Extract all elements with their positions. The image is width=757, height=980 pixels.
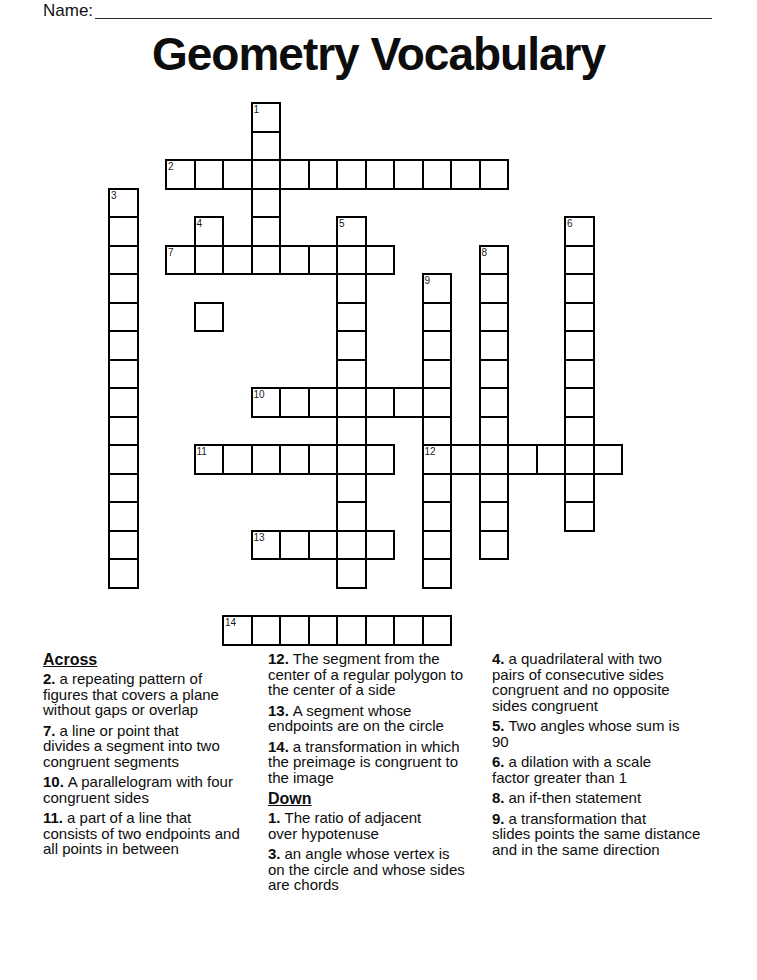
cell-r7-c0[interactable]: [108, 302, 139, 333]
cell-r9-c0[interactable]: [108, 359, 139, 390]
cell-r15-c9[interactable]: [365, 530, 396, 561]
cell-r12-c15[interactable]: [536, 444, 567, 475]
cell-r5-c5[interactable]: [251, 245, 282, 276]
cell-r12-c12[interactable]: [450, 444, 481, 475]
cell-r2-c2[interactable]: 2: [165, 159, 196, 190]
cell-r5-c13[interactable]: 8: [479, 245, 510, 276]
cell-r2-c8[interactable]: [336, 159, 367, 190]
cell-r12-c6[interactable]: [279, 444, 310, 475]
cell-r10-c8[interactable]: [336, 387, 367, 418]
cell-r12-c4[interactable]: [222, 444, 253, 475]
cell-r5-c16[interactable]: [564, 245, 595, 276]
cell-r4-c16[interactable]: 6: [564, 216, 595, 247]
clue-column-left: Across 2.a repeating pattern of figures …: [43, 651, 263, 862]
cell-r18-c11[interactable]: [422, 615, 453, 646]
clue-across-10: 10.A parallelogram with four congruent s…: [43, 774, 263, 805]
cell-r14-c8[interactable]: [336, 501, 367, 532]
cell-r9-c13[interactable]: [479, 359, 510, 390]
clue-down-9: 9.a transformation that slides points th…: [492, 811, 732, 858]
cell-r6-c11[interactable]: 9: [422, 273, 453, 304]
cell-r13-c13[interactable]: [479, 473, 510, 504]
cell-r4-c3[interactable]: 4: [194, 216, 225, 247]
cell-r18-c10[interactable]: [393, 615, 424, 646]
clue-number-14: 14: [225, 617, 236, 628]
cell-r2-c13[interactable]: [479, 159, 510, 190]
cell-r18-c8[interactable]: [336, 615, 367, 646]
cell-r5-c6[interactable]: [279, 245, 310, 276]
cell-r14-c13[interactable]: [479, 501, 510, 532]
cell-r7-c13[interactable]: [479, 302, 510, 333]
cell-r5-c9[interactable]: [365, 245, 396, 276]
clue-across-11: 11.a part of a line that consists of two…: [43, 810, 263, 857]
cell-r16-c11[interactable]: [422, 558, 453, 589]
cell-r14-c16[interactable]: [564, 501, 595, 532]
cell-r18-c4[interactable]: 14: [222, 615, 253, 646]
crossword-grid: 1234567891011121314: [108, 102, 621, 644]
clue-number-6: 6: [567, 218, 573, 229]
cell-r8-c16[interactable]: [564, 330, 595, 361]
cell-r2-c12[interactable]: [450, 159, 481, 190]
clue-number-7: 7: [168, 247, 174, 258]
clue-down-3: 3.an angle whose vertex is on the circle…: [268, 846, 489, 893]
cell-r13-c8[interactable]: [336, 473, 367, 504]
cell-r4-c0[interactable]: [108, 216, 139, 247]
cell-r11-c8[interactable]: [336, 416, 367, 447]
cell-r6-c16[interactable]: [564, 273, 595, 304]
cell-r2-c11[interactable]: [422, 159, 453, 190]
cell-r7-c8[interactable]: [336, 302, 367, 333]
clue-across-7: 7.a line or point that divides a segment…: [43, 723, 263, 770]
cell-r5-c0[interactable]: [108, 245, 139, 276]
down-header: Down: [268, 790, 489, 807]
cell-r10-c7[interactable]: [308, 387, 339, 418]
clue-number-4: 4: [197, 218, 203, 229]
cell-r2-c10[interactable]: [393, 159, 424, 190]
cell-r10-c0[interactable]: [108, 387, 139, 418]
cell-r0-c5[interactable]: 1: [251, 102, 282, 133]
cell-r4-c5[interactable]: [251, 216, 282, 247]
worksheet-page: Name: Geometry Vocabulary 12345678910111…: [0, 0, 757, 980]
clue-column-middle: 12.The segment from the center of a regu…: [268, 651, 489, 898]
clue-number-9: 9: [425, 275, 431, 286]
clue-number-5: 5: [339, 218, 345, 229]
cell-r7-c3[interactable]: [194, 302, 225, 333]
cell-r10-c5[interactable]: 10: [251, 387, 282, 418]
clue-column-right: 4.a quadrilateral with two pairs of cons…: [492, 651, 732, 862]
clue-across-13: 13.A segment whose endpoints are on the …: [268, 703, 489, 734]
cell-r10-c16[interactable]: [564, 387, 595, 418]
cell-r5-c8[interactable]: [336, 245, 367, 276]
cell-r13-c0[interactable]: [108, 473, 139, 504]
cell-r12-c8[interactable]: [336, 444, 367, 475]
clue-across-12: 12.The segment from the center of a regu…: [268, 651, 489, 698]
cell-r15-c5[interactable]: 13: [251, 530, 282, 561]
cell-r5-c4[interactable]: [222, 245, 253, 276]
cell-r10-c10[interactable]: [393, 387, 424, 418]
name-input-line[interactable]: [95, 0, 712, 19]
cell-r15-c8[interactable]: [336, 530, 367, 561]
clue-number-13: 13: [254, 532, 265, 543]
cell-r16-c8[interactable]: [336, 558, 367, 589]
clue-down-5: 5.Two angles whose sum is 90: [492, 718, 732, 749]
cell-r5-c3[interactable]: [194, 245, 225, 276]
cell-r10-c13[interactable]: [479, 387, 510, 418]
cell-r12-c14[interactable]: [507, 444, 538, 475]
cell-r7-c16[interactable]: [564, 302, 595, 333]
cell-r8-c8[interactable]: [336, 330, 367, 361]
cell-r15-c6[interactable]: [279, 530, 310, 561]
cell-r11-c0[interactable]: [108, 416, 139, 447]
cell-r10-c9[interactable]: [365, 387, 396, 418]
cell-r1-c5[interactable]: [251, 131, 282, 162]
clue-number-8: 8: [482, 247, 488, 258]
cell-r11-c11[interactable]: [422, 416, 453, 447]
cell-r11-c13[interactable]: [479, 416, 510, 447]
cell-r14-c11[interactable]: [422, 501, 453, 532]
cell-r3-c5[interactable]: [251, 188, 282, 219]
cell-r6-c8[interactable]: [336, 273, 367, 304]
cell-r15-c0[interactable]: [108, 530, 139, 561]
clue-number-10: 10: [254, 389, 265, 400]
cell-r12-c7[interactable]: [308, 444, 339, 475]
cell-r8-c0[interactable]: [108, 330, 139, 361]
page-title: Geometry Vocabulary: [0, 28, 757, 80]
cell-r11-c16[interactable]: [564, 416, 595, 447]
cell-r9-c11[interactable]: [422, 359, 453, 390]
cell-r8-c11[interactable]: [422, 330, 453, 361]
clue-down-8: 8.an if-then statement: [492, 790, 732, 806]
clue-number-2: 2: [168, 161, 174, 172]
clue-number-1: 1: [254, 104, 260, 115]
clue-down-6: 6.a dilation with a scale factor greater…: [492, 754, 732, 785]
clue-across-14: 14.a transformation in which the preimag…: [268, 739, 489, 786]
clue-across-2: 2.a repeating pattern of figures that co…: [43, 671, 263, 718]
cell-r5-c2[interactable]: 7: [165, 245, 196, 276]
cell-r10-c6[interactable]: [279, 387, 310, 418]
cell-r2-c9[interactable]: [365, 159, 396, 190]
clue-number-11: 11: [197, 446, 207, 457]
cell-r18-c9[interactable]: [365, 615, 396, 646]
cell-r18-c5[interactable]: [251, 615, 282, 646]
name-label: Name:: [43, 1, 93, 21]
clue-down-4: 4.a quadrilateral with two pairs of cons…: [492, 651, 732, 713]
clue-number-12: 12: [425, 446, 436, 457]
cell-r12-c9[interactable]: [365, 444, 396, 475]
cell-r12-c0[interactable]: [108, 444, 139, 475]
cell-r15-c13[interactable]: [479, 530, 510, 561]
cell-r15-c11[interactable]: [422, 530, 453, 561]
cell-r18-c7[interactable]: [308, 615, 339, 646]
across-header: Across: [43, 651, 263, 668]
cell-r2-c6[interactable]: [279, 159, 310, 190]
cell-r3-c0[interactable]: 3: [108, 188, 139, 219]
cell-r15-c7[interactable]: [308, 530, 339, 561]
cell-r13-c16[interactable]: [564, 473, 595, 504]
cell-r2-c5[interactable]: [251, 159, 282, 190]
cell-r14-c0[interactable]: [108, 501, 139, 532]
cell-r6-c0[interactable]: [108, 273, 139, 304]
cell-r9-c16[interactable]: [564, 359, 595, 390]
cell-r4-c8[interactable]: 5: [336, 216, 367, 247]
cell-r2-c4[interactable]: [222, 159, 253, 190]
cell-r12-c11[interactable]: 12: [422, 444, 453, 475]
cell-r18-c6[interactable]: [279, 615, 310, 646]
cell-r2-c7[interactable]: [308, 159, 339, 190]
cell-r12-c16[interactable]: [564, 444, 595, 475]
cell-r5-c7[interactable]: [308, 245, 339, 276]
cell-r7-c11[interactable]: [422, 302, 453, 333]
cell-r6-c13[interactable]: [479, 273, 510, 304]
cell-r2-c3[interactable]: [194, 159, 225, 190]
cell-r12-c13[interactable]: [479, 444, 510, 475]
cell-r8-c13[interactable]: [479, 330, 510, 361]
cell-r9-c8[interactable]: [336, 359, 367, 390]
cell-r12-c3[interactable]: 11: [194, 444, 225, 475]
cell-r12-c5[interactable]: [251, 444, 282, 475]
clue-down-1: 1.The ratio of adjacent over hypotenuse: [268, 810, 489, 841]
cell-r16-c0[interactable]: [108, 558, 139, 589]
clue-number-3: 3: [111, 190, 117, 201]
cell-r13-c11[interactable]: [422, 473, 453, 504]
cell-r10-c11[interactable]: [422, 387, 453, 418]
cell-r12-c17[interactable]: [593, 444, 624, 475]
